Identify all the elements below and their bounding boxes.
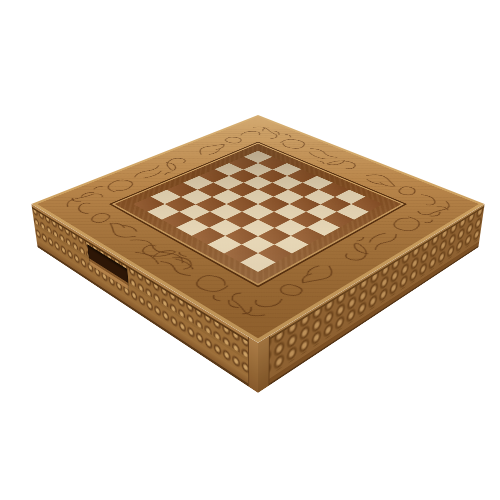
board-top-face bbox=[31, 115, 484, 343]
chess-box bbox=[35, 134, 482, 368]
product-photo bbox=[0, 0, 500, 500]
